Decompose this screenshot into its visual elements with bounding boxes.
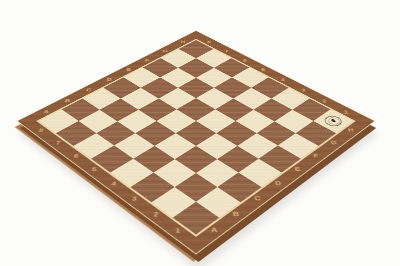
knight-glyph: ♞ xyxy=(329,119,337,124)
product-photo-scene: 87654321 87654321 HGFEDCBA HGFEDCBA ♞ xyxy=(0,0,400,266)
board-field: ♞ xyxy=(39,40,353,234)
chess-board: 87654321 87654321 HGFEDCBA HGFEDCBA ♞ xyxy=(18,31,374,253)
